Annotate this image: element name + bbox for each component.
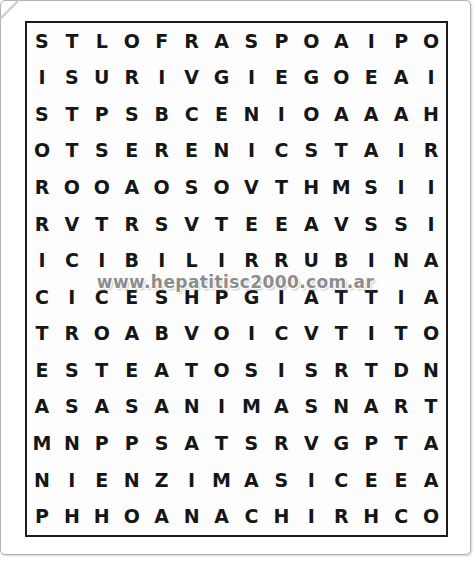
grid-cell-r4c11[interactable]: T — [326, 133, 356, 170]
grid-cell-r7c12[interactable]: I — [356, 242, 386, 279]
grid-cell-r8c1[interactable]: C — [27, 279, 57, 316]
grid-cell-r8c3[interactable]: C — [87, 279, 117, 316]
grid-cell-r7c11[interactable]: B — [326, 242, 356, 279]
word-search-grid: STLOFRASPOAIPOISURIVGIEGOEAISTPSBCENIOAA… — [25, 21, 448, 537]
grid-cell-r11c7[interactable]: I — [207, 389, 237, 426]
grid-cell-r5c9[interactable]: T — [266, 169, 296, 206]
grid-cell-r3c13[interactable]: A — [386, 96, 416, 133]
grid-cell-r11c12[interactable]: A — [356, 389, 386, 426]
grid-cell-r1c1[interactable]: S — [27, 23, 57, 60]
grid-cell-r6c12[interactable]: S — [356, 206, 386, 243]
grid-cell-r1c12[interactable]: I — [356, 23, 386, 60]
grid-cell-r7c1[interactable]: I — [27, 242, 57, 279]
grid-cell-r4c6[interactable]: E — [177, 133, 207, 170]
grid-cell-r11c10[interactable]: S — [296, 389, 326, 426]
grid-cell-r11c6[interactable]: N — [177, 389, 207, 426]
grid-cell-r5c14[interactable]: I — [416, 169, 446, 206]
grid-cell-r3c4[interactable]: S — [117, 96, 147, 133]
grid-cell-r13c14[interactable]: A — [416, 462, 446, 499]
grid-cell-r3c14[interactable]: H — [416, 96, 446, 133]
grid-cell-r5c1[interactable]: R — [27, 169, 57, 206]
grid-cell-r10c7[interactable]: O — [207, 352, 237, 389]
grid-cell-r12c14[interactable]: A — [416, 425, 446, 462]
grid-cell-r5c7[interactable]: O — [207, 169, 237, 206]
grid-cell-r1c9[interactable]: P — [266, 23, 296, 60]
grid-cell-r7c4[interactable]: B — [117, 242, 147, 279]
grid-cell-r14c3[interactable]: H — [87, 498, 117, 535]
grid-cell-r6c6[interactable]: V — [177, 206, 207, 243]
grid-cell-r5c10[interactable]: H — [296, 169, 326, 206]
grid-cell-r7c10[interactable]: U — [296, 242, 326, 279]
grid-cell-r12c5[interactable]: S — [147, 425, 177, 462]
grid-cell-r4c8[interactable]: I — [237, 133, 267, 170]
grid-cell-r8c5[interactable]: S — [147, 279, 177, 316]
grid-cell-r6c5[interactable]: S — [147, 206, 177, 243]
grid-cell-r7c9[interactable]: R — [266, 242, 296, 279]
grid-cell-r14c1[interactable]: P — [27, 498, 57, 535]
grid-cell-r5c11[interactable]: M — [326, 169, 356, 206]
grid-cell-r3c10[interactable]: O — [296, 96, 326, 133]
grid-cell-r6c2[interactable]: V — [57, 206, 87, 243]
grid-cell-r8c10[interactable]: A — [296, 279, 326, 316]
grid-cell-r8c12[interactable]: T — [356, 279, 386, 316]
grid-cell-r12c10[interactable]: V — [296, 425, 326, 462]
grid-cell-r1c10[interactable]: O — [296, 23, 326, 60]
grid-cell-r6c4[interactable]: R — [117, 206, 147, 243]
grid-cell-r6c9[interactable]: E — [266, 206, 296, 243]
grid-cell-r10c13[interactable]: D — [386, 352, 416, 389]
grid-cell-r13c12[interactable]: E — [356, 462, 386, 499]
grid-cell-r2c10[interactable]: G — [296, 60, 326, 97]
grid-cell-r13c5[interactable]: Z — [147, 462, 177, 499]
grid-cell-r10c8[interactable]: S — [237, 352, 267, 389]
grid-cell-r5c13[interactable]: I — [386, 169, 416, 206]
grid-cell-r7c3[interactable]: I — [87, 242, 117, 279]
grid-cell-r11c13[interactable]: R — [386, 389, 416, 426]
grid-cell-r14c8[interactable]: C — [237, 498, 267, 535]
grid-cell-r6c7[interactable]: T — [207, 206, 237, 243]
grid-cell-r13c10[interactable]: I — [296, 462, 326, 499]
worksheet-page: STLOFRASPOAIPOISURIVGIEGOEAISTPSBCENIOAA… — [0, 0, 471, 555]
grid-cell-r3c7[interactable]: E — [207, 96, 237, 133]
grid-cell-r4c3[interactable]: S — [87, 133, 117, 170]
grid-cell-r14c11[interactable]: R — [326, 498, 356, 535]
grid-cell-r4c4[interactable]: E — [117, 133, 147, 170]
grid-cell-r14c6[interactable]: N — [177, 498, 207, 535]
grid-cell-r4c1[interactable]: O — [27, 133, 57, 170]
grid-cell-r10c12[interactable]: T — [356, 352, 386, 389]
grid-cell-r9c5[interactable]: B — [147, 316, 177, 353]
grid-cell-r6c10[interactable]: A — [296, 206, 326, 243]
grid-cell-r3c12[interactable]: A — [356, 96, 386, 133]
grid-cell-r4c9[interactable]: C — [266, 133, 296, 170]
grid-cell-r12c11[interactable]: G — [326, 425, 356, 462]
grid-cell-r7c8[interactable]: R — [237, 242, 267, 279]
grid-cell-r9c9[interactable]: C — [266, 316, 296, 353]
grid-cell-r6c11[interactable]: V — [326, 206, 356, 243]
grid-cell-r7c2[interactable]: C — [57, 242, 87, 279]
grid-cell-r2c14[interactable]: I — [416, 60, 446, 97]
grid-cell-r10c14[interactable]: N — [416, 352, 446, 389]
grid-cell-r3c9[interactable]: I — [266, 96, 296, 133]
grid-cell-r9c13[interactable]: T — [386, 316, 416, 353]
grid-cell-r6c13[interactable]: S — [386, 206, 416, 243]
grid-cell-r10c11[interactable]: R — [326, 352, 356, 389]
grid-cell-r5c3[interactable]: O — [87, 169, 117, 206]
grid-cell-r9c8[interactable]: I — [237, 316, 267, 353]
grid-cell-r1c11[interactable]: A — [326, 23, 356, 60]
grid-cell-r9c10[interactable]: V — [296, 316, 326, 353]
grid-cell-r6c14[interactable]: I — [416, 206, 446, 243]
grid-cell-r14c12[interactable]: H — [356, 498, 386, 535]
grid-cell-r13c6[interactable]: I — [177, 462, 207, 499]
grid-cell-r4c14[interactable]: R — [416, 133, 446, 170]
grid-cell-r5c5[interactable]: O — [147, 169, 177, 206]
grid-cell-r1c7[interactable]: A — [207, 23, 237, 60]
grid-cell-r12c1[interactable]: M — [27, 425, 57, 462]
grid-cell-r1c6[interactable]: R — [177, 23, 207, 60]
grid-cell-r13c13[interactable]: E — [386, 462, 416, 499]
grid-cell-r10c6[interactable]: T — [177, 352, 207, 389]
grid-cell-r5c4[interactable]: A — [117, 169, 147, 206]
grid-cell-r8c2[interactable]: I — [57, 279, 87, 316]
grid-cell-r2c1[interactable]: I — [27, 60, 57, 97]
grid-cell-r1c14[interactable]: O — [416, 23, 446, 60]
grid-cell-r2c3[interactable]: U — [87, 60, 117, 97]
grid-cell-r12c4[interactable]: P — [117, 425, 147, 462]
grid-cell-r9c11[interactable]: T — [326, 316, 356, 353]
grid-cell-r7c5[interactable]: I — [147, 242, 177, 279]
grid-cell-r8c9[interactable]: I — [266, 279, 296, 316]
grid-cell-r12c8[interactable]: S — [237, 425, 267, 462]
grid-cell-r14c9[interactable]: H — [266, 498, 296, 535]
grid-cell-r8c6[interactable]: H — [177, 279, 207, 316]
grid-cell-r7c14[interactable]: A — [416, 242, 446, 279]
grid-cell-r12c12[interactable]: P — [356, 425, 386, 462]
grid-cell-r14c14[interactable]: O — [416, 498, 446, 535]
grid-cell-r11c14[interactable]: T — [416, 389, 446, 426]
grid-cell-r12c13[interactable]: T — [386, 425, 416, 462]
grid-cell-r13c11[interactable]: C — [326, 462, 356, 499]
grid-cell-r9c14[interactable]: O — [416, 316, 446, 353]
grid-cell-r12c9[interactable]: R — [266, 425, 296, 462]
grid-cell-r10c4[interactable]: E — [117, 352, 147, 389]
grid-cell-r14c13[interactable]: C — [386, 498, 416, 535]
grid-cell-r14c10[interactable]: I — [296, 498, 326, 535]
grid-cell-r10c5[interactable]: A — [147, 352, 177, 389]
grid-cell-r13c8[interactable]: A — [237, 462, 267, 499]
grid-cell-r2c9[interactable]: E — [266, 60, 296, 97]
grid-cell-r11c3[interactable]: A — [87, 389, 117, 426]
grid-cell-r1c3[interactable]: L — [87, 23, 117, 60]
grid-cell-r14c5[interactable]: A — [147, 498, 177, 535]
grid-cell-r10c3[interactable]: T — [87, 352, 117, 389]
grid-cell-r9c3[interactable]: O — [87, 316, 117, 353]
grid-cell-r4c5[interactable]: R — [147, 133, 177, 170]
grid-cell-r4c10[interactable]: S — [296, 133, 326, 170]
grid-cell-r8c11[interactable]: T — [326, 279, 356, 316]
grid-cell-r9c6[interactable]: V — [177, 316, 207, 353]
grid-cell-r5c12[interactable]: S — [356, 169, 386, 206]
grid-cell-r1c8[interactable]: S — [237, 23, 267, 60]
grid-cell-r11c5[interactable]: A — [147, 389, 177, 426]
grid-cell-r11c11[interactable]: N — [326, 389, 356, 426]
grid-cell-r13c2[interactable]: I — [57, 462, 87, 499]
grid-cell-r2c7[interactable]: G — [207, 60, 237, 97]
grid-cell-r4c7[interactable]: N — [207, 133, 237, 170]
grid-cell-r2c4[interactable]: R — [117, 60, 147, 97]
grid-cell-r11c4[interactable]: S — [117, 389, 147, 426]
grid-cell-r2c5[interactable]: I — [147, 60, 177, 97]
grid-cell-r13c9[interactable]: S — [266, 462, 296, 499]
grid-cell-r7c7[interactable]: I — [207, 242, 237, 279]
grid-cell-r2c2[interactable]: S — [57, 60, 87, 97]
grid-cell-r10c2[interactable]: S — [57, 352, 87, 389]
grid-cell-r13c3[interactable]: E — [87, 462, 117, 499]
grid-cell-r6c1[interactable]: R — [27, 206, 57, 243]
grid-cell-r5c2[interactable]: O — [57, 169, 87, 206]
grid-cell-r8c8[interactable]: G — [237, 279, 267, 316]
grid-cell-r4c2[interactable]: T — [57, 133, 87, 170]
grid-cell-r14c2[interactable]: H — [57, 498, 87, 535]
grid-cell-r12c6[interactable]: A — [177, 425, 207, 462]
grid-cell-r13c4[interactable]: N — [117, 462, 147, 499]
grid-cell-r1c4[interactable]: O — [117, 23, 147, 60]
grid-cell-r8c14[interactable]: A — [416, 279, 446, 316]
grid-cell-r8c13[interactable]: I — [386, 279, 416, 316]
grid-cell-r9c4[interactable]: A — [117, 316, 147, 353]
grid-cell-r9c2[interactable]: R — [57, 316, 87, 353]
grid-cell-r9c12[interactable]: I — [356, 316, 386, 353]
grid-cell-r3c2[interactable]: T — [57, 96, 87, 133]
grid-cell-r9c1[interactable]: T — [27, 316, 57, 353]
grid-cell-r2c11[interactable]: O — [326, 60, 356, 97]
grid-cell-r3c8[interactable]: N — [237, 96, 267, 133]
grid-cell-r14c4[interactable]: O — [117, 498, 147, 535]
grid-cell-r6c8[interactable]: E — [237, 206, 267, 243]
grid-cell-r4c12[interactable]: A — [356, 133, 386, 170]
grid-cell-r11c9[interactable]: A — [266, 389, 296, 426]
grid-cell-r8c4[interactable]: E — [117, 279, 147, 316]
grid-cell-r13c7[interactable]: M — [207, 462, 237, 499]
grid-cell-r9c7[interactable]: O — [207, 316, 237, 353]
grid-cell-r4c13[interactable]: I — [386, 133, 416, 170]
grid-cell-r2c12[interactable]: E — [356, 60, 386, 97]
grid-cell-r11c8[interactable]: M — [237, 389, 267, 426]
grid-cell-r12c7[interactable]: T — [207, 425, 237, 462]
grid-cell-r10c9[interactable]: I — [266, 352, 296, 389]
page-corner-fold — [0, 0, 23, 22]
grid-cell-r13c1[interactable]: N — [27, 462, 57, 499]
grid-cell-r2c8[interactable]: I — [237, 60, 267, 97]
grid-cell-r7c6[interactable]: L — [177, 242, 207, 279]
grid-cell-r11c1[interactable]: A — [27, 389, 57, 426]
grid-cell-r3c5[interactable]: B — [147, 96, 177, 133]
grid-cell-r6c3[interactable]: T — [87, 206, 117, 243]
grid-cell-r1c2[interactable]: T — [57, 23, 87, 60]
grid-cell-r7c13[interactable]: N — [386, 242, 416, 279]
grid-cell-r1c13[interactable]: P — [386, 23, 416, 60]
grid-cell-r10c1[interactable]: E — [27, 352, 57, 389]
grid-cell-r11c2[interactable]: S — [57, 389, 87, 426]
grid-cell-r1c5[interactable]: F — [147, 23, 177, 60]
grid-cell-r3c6[interactable]: C — [177, 96, 207, 133]
grid-cell-r5c8[interactable]: V — [237, 169, 267, 206]
grid-cell-r12c2[interactable]: N — [57, 425, 87, 462]
grid-cell-r3c11[interactable]: A — [326, 96, 356, 133]
grid-cell-r3c1[interactable]: S — [27, 96, 57, 133]
grid-cell-r12c3[interactable]: P — [87, 425, 117, 462]
grid-cell-r5c6[interactable]: S — [177, 169, 207, 206]
grid-cell-r2c6[interactable]: V — [177, 60, 207, 97]
grid-cell-r8c7[interactable]: P — [207, 279, 237, 316]
grid-cell-r14c7[interactable]: A — [207, 498, 237, 535]
grid-cell-r2c13[interactable]: A — [386, 60, 416, 97]
grid-cell-r3c3[interactable]: P — [87, 96, 117, 133]
grid-cell-r10c10[interactable]: S — [296, 352, 326, 389]
